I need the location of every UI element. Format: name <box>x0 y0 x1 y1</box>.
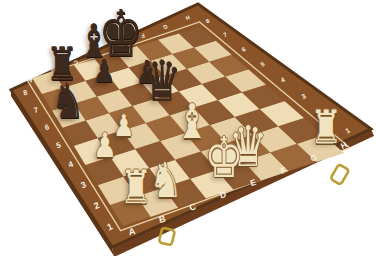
brass-hinge-right-icon <box>330 164 349 185</box>
board-svg: AA11BB22CC33DD44EE55FF66GG77HH88 <box>0 0 376 256</box>
chess-board-photo: AA11BB22CC33DD44EE55FF66GG77HH88 ♝♚♜♟♟♛♞… <box>0 0 376 256</box>
